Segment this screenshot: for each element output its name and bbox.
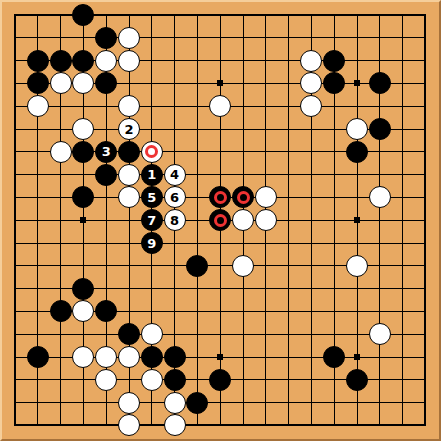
white-stone bbox=[369, 323, 391, 345]
circle-mark-icon bbox=[145, 145, 158, 158]
white-stone bbox=[72, 118, 94, 140]
white-stone bbox=[50, 141, 72, 163]
white-stone bbox=[300, 50, 322, 72]
white-stone bbox=[118, 95, 140, 117]
black-stone bbox=[118, 141, 140, 163]
white-stone bbox=[50, 72, 72, 94]
white-stone bbox=[369, 186, 391, 208]
white-stone bbox=[346, 255, 368, 277]
black-stone bbox=[323, 72, 345, 94]
white-stone bbox=[118, 27, 140, 49]
white-stone bbox=[232, 209, 254, 231]
go-board: 231456789 bbox=[0, 0, 441, 441]
white-stone-circle-marked bbox=[141, 141, 163, 163]
circle-mark-icon bbox=[214, 214, 227, 227]
black-stone bbox=[50, 300, 72, 322]
white-stone bbox=[300, 95, 322, 117]
white-stone bbox=[95, 369, 117, 391]
white-stone bbox=[118, 346, 140, 368]
white-stone bbox=[346, 118, 368, 140]
black-stone-circle-marked bbox=[209, 209, 231, 231]
black-stone bbox=[50, 50, 72, 72]
black-stone-circle-marked bbox=[232, 186, 254, 208]
black-stone bbox=[72, 4, 94, 26]
black-stone bbox=[95, 164, 117, 186]
black-stone bbox=[72, 278, 94, 300]
black-stone bbox=[27, 50, 49, 72]
white-stone bbox=[232, 255, 254, 277]
black-stone bbox=[164, 369, 186, 391]
black-stone bbox=[27, 346, 49, 368]
black-stone bbox=[72, 50, 94, 72]
black-stone bbox=[141, 346, 163, 368]
black-stone bbox=[209, 369, 231, 391]
black-stone bbox=[72, 141, 94, 163]
move-7-stone: 7 bbox=[141, 209, 163, 231]
black-stone bbox=[369, 118, 391, 140]
white-stone bbox=[95, 50, 117, 72]
white-stone bbox=[118, 50, 140, 72]
black-stone bbox=[186, 392, 208, 414]
white-stone bbox=[118, 186, 140, 208]
black-stone bbox=[346, 141, 368, 163]
white-stone bbox=[118, 392, 140, 414]
white-stone bbox=[255, 186, 277, 208]
black-stone bbox=[118, 323, 140, 345]
black-stone bbox=[186, 255, 208, 277]
move-1-stone: 1 bbox=[141, 164, 163, 186]
black-stone bbox=[72, 186, 94, 208]
move-9-stone: 9 bbox=[141, 232, 163, 254]
circle-mark-icon bbox=[237, 191, 250, 204]
white-stone bbox=[164, 414, 186, 436]
black-stone-circle-marked bbox=[209, 186, 231, 208]
white-stone bbox=[95, 346, 117, 368]
white-stone bbox=[27, 95, 49, 117]
black-stone bbox=[369, 72, 391, 94]
move-5-stone: 5 bbox=[141, 186, 163, 208]
move-4-stone: 4 bbox=[164, 164, 186, 186]
move-6-stone: 6 bbox=[164, 186, 186, 208]
white-stone bbox=[118, 164, 140, 186]
stones-layer: 231456789 bbox=[2, 2, 439, 439]
black-stone bbox=[323, 346, 345, 368]
black-stone bbox=[323, 50, 345, 72]
black-stone bbox=[346, 369, 368, 391]
white-stone bbox=[72, 300, 94, 322]
white-stone bbox=[72, 72, 94, 94]
white-stone bbox=[300, 72, 322, 94]
white-stone bbox=[209, 95, 231, 117]
white-stone bbox=[118, 414, 140, 436]
black-stone bbox=[95, 27, 117, 49]
black-stone bbox=[27, 72, 49, 94]
white-stone bbox=[164, 392, 186, 414]
black-stone bbox=[95, 72, 117, 94]
black-stone bbox=[164, 346, 186, 368]
circle-mark-icon bbox=[214, 191, 227, 204]
white-stone bbox=[72, 346, 94, 368]
white-stone bbox=[255, 209, 277, 231]
white-stone bbox=[141, 323, 163, 345]
move-3-stone: 3 bbox=[95, 141, 117, 163]
move-8-stone: 8 bbox=[164, 209, 186, 231]
white-stone bbox=[141, 369, 163, 391]
black-stone bbox=[95, 300, 117, 322]
move-2-stone: 2 bbox=[118, 118, 140, 140]
